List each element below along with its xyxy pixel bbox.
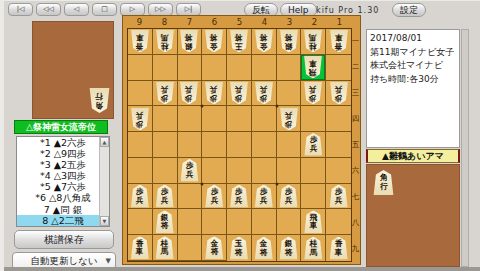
board-cell-5七: 歩兵 bbox=[227, 184, 252, 210]
board-cell-6四 bbox=[202, 106, 227, 132]
shogi-piece-歩兵: 歩兵 bbox=[304, 133, 323, 156]
board-cell-3八 bbox=[277, 209, 302, 235]
board-cell-2四 bbox=[301, 106, 326, 132]
board-cell-6二 bbox=[202, 55, 227, 81]
board-cell-6三: 歩兵 bbox=[202, 81, 227, 107]
board-cell-9五 bbox=[128, 132, 153, 158]
board-cell-5一: 王将 bbox=[227, 29, 252, 55]
venue-name: 株式会社マイナビ bbox=[370, 59, 456, 73]
board-cell-9九: 香車 bbox=[128, 235, 153, 261]
board-cell-7三: 歩兵 bbox=[178, 81, 203, 107]
rank-label: 七 bbox=[351, 184, 360, 210]
shogi-piece-銀将: 銀将 bbox=[180, 30, 199, 53]
board-cell-2八: 飛車 bbox=[301, 209, 326, 235]
sente-player-bar: ▲雛鶴あいアマ bbox=[366, 149, 460, 163]
board-cell-3四: 歩兵 bbox=[277, 106, 302, 132]
board-cell-3九: 銀将 bbox=[277, 235, 302, 261]
file-label: 1 bbox=[327, 17, 352, 28]
right-panel-scrollbar[interactable] bbox=[461, 29, 469, 267]
board-cell-1三: 歩兵 bbox=[326, 81, 351, 107]
file-label: 6 bbox=[202, 17, 227, 28]
shogi-piece-金将: 金将 bbox=[205, 30, 224, 53]
board-cell-1六 bbox=[326, 158, 351, 184]
shogi-piece-香車: 香車 bbox=[329, 237, 348, 260]
shogi-piece-角行: 角行 bbox=[373, 170, 394, 195]
shogi-piece-歩兵: 歩兵 bbox=[130, 107, 149, 130]
board-cell-1七: 歩兵 bbox=[326, 184, 351, 210]
shogi-piece-歩兵: 歩兵 bbox=[329, 81, 348, 104]
board-cell-3三 bbox=[277, 81, 302, 107]
shogi-piece-香車: 香車 bbox=[130, 236, 149, 259]
shogi-piece-銀将: 銀将 bbox=[155, 210, 174, 233]
nav-back-button[interactable]: ◁ bbox=[64, 3, 89, 16]
shogi-piece-桂馬: 桂馬 bbox=[155, 30, 174, 53]
move-row-4[interactable]: *4 △3四歩 bbox=[17, 170, 109, 181]
board-cell-8五 bbox=[153, 132, 178, 158]
shogi-piece-飛車: 飛車 bbox=[304, 56, 323, 79]
file-label: 8 bbox=[152, 17, 177, 28]
board-cell-7一: 銀将 bbox=[178, 29, 203, 55]
board-cell-8二 bbox=[153, 55, 178, 81]
board-cell-3七: 歩兵 bbox=[277, 184, 302, 210]
shogi-piece-金将: 金将 bbox=[254, 30, 273, 53]
board-cell-6一: 金将 bbox=[202, 29, 227, 55]
board-cell-5五 bbox=[227, 132, 252, 158]
board-cell-3六 bbox=[277, 158, 302, 184]
rank-label: 一 bbox=[351, 28, 360, 54]
shogi-piece-歩兵: 歩兵 bbox=[229, 185, 248, 208]
window-bottom-edge bbox=[4, 267, 480, 271]
move-row-6[interactable]: *6 △8八角成 bbox=[17, 192, 109, 203]
board-cell-1八 bbox=[326, 209, 351, 235]
board-cell-9四: 歩兵 bbox=[128, 106, 153, 132]
board-cell-5三: 歩兵 bbox=[227, 81, 252, 107]
move-row-2[interactable]: *2 △9四歩 bbox=[17, 148, 109, 159]
time-control: 持ち時間:各30分 bbox=[370, 73, 456, 87]
board-cell-1五 bbox=[326, 132, 351, 158]
board-grid: 香車桂馬銀将金将王将金将銀将桂馬香車飛車歩兵歩兵歩兵歩兵歩兵歩兵歩兵歩兵歩兵歩兵… bbox=[127, 28, 352, 262]
board-cell-4五 bbox=[252, 132, 277, 158]
board-cell-3一: 銀将 bbox=[277, 29, 302, 55]
nav-rewind-button[interactable]: ◁◁ bbox=[36, 3, 61, 16]
board-cell-9六 bbox=[128, 158, 153, 184]
shogi-piece-歩兵: 歩兵 bbox=[180, 159, 199, 182]
shogi-piece-金将: 金将 bbox=[205, 236, 224, 259]
shogi-piece-金将: 金将 bbox=[254, 237, 273, 260]
shogi-piece-角行: 角行 bbox=[89, 88, 110, 113]
board-cell-8四 bbox=[153, 106, 178, 132]
shogi-piece-歩兵: 歩兵 bbox=[279, 107, 298, 130]
board-cell-6八 bbox=[202, 209, 227, 235]
board-cell-8七: 歩兵 bbox=[153, 184, 178, 210]
board-cell-4一: 金将 bbox=[252, 29, 277, 55]
board-cell-7九 bbox=[178, 235, 203, 261]
board-cell-8八: 銀将 bbox=[153, 209, 178, 235]
board-cell-4六 bbox=[252, 158, 277, 184]
board-cell-7八 bbox=[178, 209, 203, 235]
board-cell-4三: 歩兵 bbox=[252, 81, 277, 107]
file-labels: 987654321 bbox=[127, 17, 352, 28]
nav-stop-button[interactable]: □ bbox=[92, 3, 117, 16]
rank-label: 三 bbox=[351, 80, 360, 106]
board-cell-9一: 香車 bbox=[128, 29, 153, 55]
scroll-up-icon[interactable]: ▲ bbox=[100, 137, 109, 147]
board-cell-8一: 桂馬 bbox=[153, 29, 178, 55]
shogi-piece-歩兵: 歩兵 bbox=[180, 81, 199, 104]
board-cell-6七: 歩兵 bbox=[202, 184, 227, 210]
app-version-label: kifu Pro 1.30 bbox=[316, 6, 379, 15]
rank-label: 八 bbox=[351, 210, 360, 236]
board-cell-1九: 香車 bbox=[326, 235, 351, 261]
board-cell-4七: 歩兵 bbox=[252, 184, 277, 210]
shogi-piece-桂馬: 桂馬 bbox=[155, 236, 174, 259]
shogi-piece-銀将: 銀将 bbox=[279, 30, 298, 53]
board-cell-3五 bbox=[277, 132, 302, 158]
board-cell-7二 bbox=[178, 55, 203, 81]
auto-update-label: 自動更新しない bbox=[30, 255, 97, 266]
shogi-piece-香車: 香車 bbox=[130, 30, 149, 53]
shogi-piece-飛車: 飛車 bbox=[304, 210, 323, 233]
move-row-7[interactable]: 7 ▲同 銀 bbox=[17, 204, 109, 215]
gote-player-bar: △祭神雷女流帝位 bbox=[14, 120, 108, 134]
shogi-piece-歩兵: 歩兵 bbox=[279, 185, 298, 208]
hoshi-dot bbox=[201, 182, 204, 185]
board-cell-2五: 歩兵 bbox=[301, 132, 326, 158]
board-cell-5六 bbox=[227, 158, 252, 184]
file-label: 4 bbox=[252, 17, 277, 28]
shogi-piece-桂馬: 桂馬 bbox=[304, 237, 323, 260]
shogi-piece-歩兵: 歩兵 bbox=[205, 185, 224, 208]
shogi-piece-王将: 王将 bbox=[229, 30, 248, 53]
board-cell-6五 bbox=[202, 132, 227, 158]
shogi-piece-歩兵: 歩兵 bbox=[254, 81, 273, 104]
move-list-scrollbar[interactable]: ▲ ▼ bbox=[99, 137, 109, 226]
board-cell-6六 bbox=[202, 158, 227, 184]
board-cell-9二 bbox=[128, 55, 153, 81]
board-cell-5八 bbox=[227, 209, 252, 235]
board-cell-2三: 歩兵 bbox=[301, 81, 326, 107]
shogi-piece-歩兵: 歩兵 bbox=[155, 185, 174, 208]
file-label: 3 bbox=[277, 17, 302, 28]
move-row-3[interactable]: *3 ▲2五歩 bbox=[17, 159, 109, 170]
shogi-piece-歩兵: 歩兵 bbox=[254, 185, 273, 208]
move-row-8[interactable]: 8 △2二飛 bbox=[17, 215, 109, 226]
board-cell-9七: 歩兵 bbox=[128, 184, 153, 210]
rank-label: 四 bbox=[351, 106, 360, 132]
file-label: 2 bbox=[302, 17, 327, 28]
nav-first-button[interactable]: |◁ bbox=[8, 3, 33, 16]
shogi-board: 987654321 香車桂馬銀将金将王将金将銀将桂馬香車飛車歩兵歩兵歩兵歩兵歩兵… bbox=[122, 15, 361, 265]
board-cell-7六: 歩兵 bbox=[178, 158, 203, 184]
shogi-piece-香車: 香車 bbox=[329, 30, 348, 53]
shogi-piece-桂馬: 桂馬 bbox=[304, 30, 323, 53]
shogi-piece-歩兵: 歩兵 bbox=[329, 185, 348, 208]
kifu-viewer-window: |◁ ◁◁ ◁ □ ▷ ▷▷ ▷| 反転 Help kifu Pro 1.30 … bbox=[0, 0, 480, 271]
file-label: 7 bbox=[177, 17, 202, 28]
board-cell-2二: 飛車 bbox=[301, 55, 326, 81]
board-cell-4八 bbox=[252, 209, 277, 235]
shogi-piece-玉将: 玉将 bbox=[229, 237, 248, 260]
board-cell-8三: 歩兵 bbox=[153, 81, 178, 107]
game-date: 2017/08/01 bbox=[370, 32, 456, 46]
rank-label: 五 bbox=[351, 132, 360, 158]
hoshi-dot bbox=[275, 182, 278, 185]
settings-button[interactable]: 設定 bbox=[392, 3, 426, 17]
board-cell-7七 bbox=[178, 184, 203, 210]
board-cell-2六 bbox=[301, 158, 326, 184]
hoshi-dot bbox=[275, 105, 278, 108]
board-cell-9三 bbox=[128, 81, 153, 107]
board-cell-6九: 金将 bbox=[202, 235, 227, 261]
move-row-1[interactable]: *1 ▲2六歩 bbox=[17, 137, 109, 148]
board-cell-5九: 玉将 bbox=[227, 235, 252, 261]
shogi-piece-歩兵: 歩兵 bbox=[130, 185, 149, 208]
sente-captured-pieces-tray: 角行 bbox=[366, 164, 460, 267]
rank-labels: 一二三四五六七八九 bbox=[351, 28, 360, 262]
move-row-5[interactable]: *5 ▲7六歩 bbox=[17, 181, 109, 192]
hoshi-dot bbox=[201, 105, 204, 108]
board-cell-4二 bbox=[252, 55, 277, 81]
board-cell-7五 bbox=[178, 132, 203, 158]
board-cell-1四 bbox=[326, 106, 351, 132]
shogi-piece-歩兵: 歩兵 bbox=[304, 81, 323, 104]
gote-captured-pieces-tray: 角行 bbox=[32, 21, 114, 119]
board-cell-4四 bbox=[252, 106, 277, 132]
shogi-piece-歩兵: 歩兵 bbox=[229, 81, 248, 104]
rank-label: 二 bbox=[351, 54, 360, 80]
board-cell-9八 bbox=[128, 209, 153, 235]
board-cell-1二 bbox=[326, 55, 351, 81]
board-cell-2七 bbox=[301, 184, 326, 210]
board-cell-1一: 香車 bbox=[326, 29, 351, 55]
board-cell-4九: 金将 bbox=[252, 235, 277, 261]
board-cell-5四 bbox=[227, 106, 252, 132]
scroll-down-icon[interactable]: ▼ bbox=[100, 216, 109, 226]
shogi-piece-歩兵: 歩兵 bbox=[205, 81, 224, 104]
board-cell-8六 bbox=[153, 158, 178, 184]
board-cell-3二 bbox=[277, 55, 302, 81]
shogi-piece-銀将: 銀将 bbox=[279, 237, 298, 260]
rank-label: 六 bbox=[351, 158, 360, 184]
board-cell-2九: 桂馬 bbox=[301, 235, 326, 261]
board-cell-2一: 桂馬 bbox=[301, 29, 326, 55]
board-cell-7四 bbox=[178, 106, 203, 132]
file-label: 9 bbox=[127, 17, 152, 28]
tournament-name: 第11期マイナビ女子 bbox=[370, 46, 456, 60]
board-cell-8九: 桂馬 bbox=[153, 235, 178, 261]
move-list: *1 ▲2六歩*2 △9四歩*3 ▲2五歩*4 △3四歩*5 ▲7六歩*6 △8… bbox=[16, 136, 110, 227]
game-info-panel: 2017/08/01 第11期マイナビ女子 株式会社マイナビ 持ち時間:各30分 bbox=[366, 29, 460, 148]
rank-label: 九 bbox=[351, 236, 360, 262]
shogi-piece-歩兵: 歩兵 bbox=[155, 81, 174, 104]
board-cell-5二 bbox=[227, 55, 252, 81]
file-label: 5 bbox=[227, 17, 252, 28]
save-kifu-button[interactable]: 棋譜保存 bbox=[14, 230, 114, 249]
